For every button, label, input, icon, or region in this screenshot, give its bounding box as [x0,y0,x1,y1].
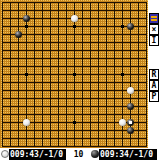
black-stone [127,103,134,110]
star-point [73,73,76,76]
star-point [25,25,28,28]
white-clock: 009:43/-1/0 [9,149,66,160]
black-stone-icon [91,150,99,158]
black-stone [127,23,134,30]
toolbar: ×IRAP [148,0,160,148]
black-stone [127,127,134,134]
go-board[interactable] [0,0,148,148]
info-button[interactable]: I [149,35,159,46]
star-point [73,25,76,28]
close-button[interactable]: × [149,24,159,35]
black-stone [23,15,30,22]
black-stone [127,119,134,126]
white-stone [127,87,134,94]
status-bar: 009:43/-1/0 10 009:34/-1/0 [0,148,160,160]
white-stone [71,15,78,22]
menu-icon [151,19,157,21]
white-stone [23,119,30,126]
move-number: 10 [74,150,84,159]
menu-icon [151,16,157,18]
go-app-screen: ×IRAP 009:43/-1/0 10 009:34/-1/0 [0,0,160,160]
last-move-marker [129,121,132,124]
r-button[interactable]: R [149,69,159,80]
a-button[interactable]: A [149,80,159,91]
white-stone [119,119,126,126]
p-button[interactable]: P [149,91,159,102]
star-point [121,73,124,76]
white-stone-icon [1,150,9,158]
star-point [73,121,76,124]
black-clock: 009:34/-1/0 [99,149,157,160]
star-point [25,73,28,76]
menu-button[interactable] [149,13,159,24]
board-grid [2,2,147,147]
star-point [121,25,124,28]
black-stone [15,31,22,38]
